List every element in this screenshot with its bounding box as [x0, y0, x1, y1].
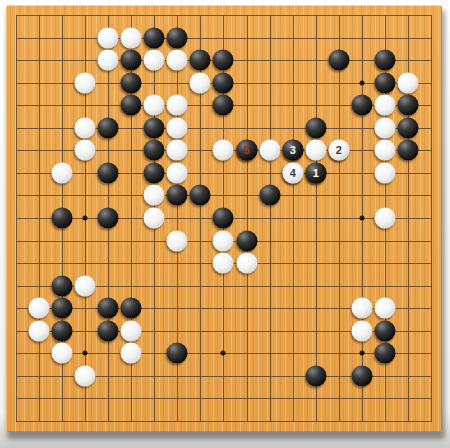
- stone-black[interactable]: [97, 207, 118, 228]
- star-point: [360, 351, 365, 356]
- move-number-label: 2: [336, 145, 342, 156]
- stone-black[interactable]: [236, 230, 257, 251]
- grid-line-vertical: [270, 15, 271, 422]
- stone-white[interactable]: [167, 230, 188, 251]
- stone-white[interactable]: [51, 162, 72, 183]
- stone-black[interactable]: [144, 27, 165, 48]
- stone-black[interactable]: [121, 95, 142, 116]
- stone-black[interactable]: [259, 185, 280, 206]
- stone-black[interactable]: [190, 185, 211, 206]
- stone-white[interactable]: [236, 253, 257, 274]
- stone-black[interactable]: [398, 95, 419, 116]
- stone-white[interactable]: [74, 117, 95, 138]
- star-point: [360, 215, 365, 220]
- stone-black[interactable]: [51, 207, 72, 228]
- star-point: [82, 351, 87, 356]
- screen: 12345: [0, 0, 450, 448]
- stone-white[interactable]: [28, 298, 49, 319]
- stone-black[interactable]: [375, 50, 396, 71]
- stone-white[interactable]: [190, 72, 211, 93]
- stone-white[interactable]: [121, 27, 142, 48]
- stone-move-1[interactable]: 1: [305, 162, 326, 183]
- stone-white[interactable]: [144, 50, 165, 71]
- stone-black[interactable]: [167, 343, 188, 364]
- stone-white[interactable]: [74, 275, 95, 296]
- stone-white[interactable]: [375, 95, 396, 116]
- stone-white[interactable]: [74, 72, 95, 93]
- grid-line-vertical: [293, 15, 294, 422]
- stone-move-3[interactable]: 3: [282, 140, 303, 161]
- stone-move-5[interactable]: 5: [236, 140, 257, 161]
- stone-black[interactable]: [121, 50, 142, 71]
- stone-white[interactable]: [259, 140, 280, 161]
- stone-white[interactable]: [375, 207, 396, 228]
- stone-white[interactable]: [167, 50, 188, 71]
- stone-black[interactable]: [97, 162, 118, 183]
- star-point: [360, 80, 365, 85]
- stone-black[interactable]: [51, 298, 72, 319]
- stone-white[interactable]: [97, 27, 118, 48]
- stone-white[interactable]: [51, 343, 72, 364]
- stone-black[interactable]: [305, 365, 326, 386]
- star-point: [82, 215, 87, 220]
- stone-white[interactable]: [352, 298, 373, 319]
- stone-white[interactable]: [213, 140, 234, 161]
- stone-black[interactable]: [213, 95, 234, 116]
- stone-white[interactable]: [398, 72, 419, 93]
- stone-black[interactable]: [375, 343, 396, 364]
- stone-black[interactable]: [144, 140, 165, 161]
- stone-black[interactable]: [352, 95, 373, 116]
- stone-black[interactable]: [144, 162, 165, 183]
- grid-line-horizontal: [16, 421, 433, 422]
- stone-white[interactable]: [167, 162, 188, 183]
- stone-move-2[interactable]: 2: [328, 140, 349, 161]
- move-number-label: 5: [243, 145, 249, 156]
- stone-white[interactable]: [74, 365, 95, 386]
- move-number-label: 3: [290, 145, 296, 156]
- stone-white[interactable]: [375, 140, 396, 161]
- stone-black[interactable]: [305, 117, 326, 138]
- stone-black[interactable]: [97, 320, 118, 341]
- stone-black[interactable]: [51, 320, 72, 341]
- stone-black[interactable]: [375, 320, 396, 341]
- stone-white[interactable]: [167, 117, 188, 138]
- stone-black[interactable]: [51, 275, 72, 296]
- stone-white[interactable]: [352, 320, 373, 341]
- stone-black[interactable]: [375, 72, 396, 93]
- stone-white[interactable]: [213, 230, 234, 251]
- star-point: [221, 351, 226, 356]
- stone-white[interactable]: [28, 320, 49, 341]
- stone-white[interactable]: [167, 140, 188, 161]
- stone-black[interactable]: [213, 72, 234, 93]
- stone-white[interactable]: [305, 140, 326, 161]
- stone-black[interactable]: [328, 50, 349, 71]
- stone-black[interactable]: [352, 365, 373, 386]
- stone-white[interactable]: [144, 207, 165, 228]
- stone-black[interactable]: [213, 207, 234, 228]
- move-number-label: 4: [290, 167, 296, 178]
- stone-move-4[interactable]: 4: [282, 162, 303, 183]
- stone-black[interactable]: [167, 27, 188, 48]
- grid-line-vertical: [316, 15, 317, 422]
- stone-black[interactable]: [97, 117, 118, 138]
- stone-black[interactable]: [121, 72, 142, 93]
- grid-line-vertical: [339, 15, 340, 422]
- go-board[interactable]: 12345: [6, 5, 442, 432]
- stone-white[interactable]: [144, 185, 165, 206]
- stone-white[interactable]: [375, 298, 396, 319]
- stone-white[interactable]: [144, 95, 165, 116]
- stone-black[interactable]: [398, 140, 419, 161]
- stone-white[interactable]: [375, 162, 396, 183]
- stone-white[interactable]: [375, 117, 396, 138]
- stone-white[interactable]: [121, 343, 142, 364]
- stone-white[interactable]: [167, 95, 188, 116]
- move-number-label: 1: [313, 167, 319, 178]
- stone-white[interactable]: [97, 50, 118, 71]
- stone-black[interactable]: [190, 50, 211, 71]
- stone-black[interactable]: [144, 117, 165, 138]
- grid-line-horizontal: [16, 398, 433, 399]
- grid-line-vertical: [247, 15, 248, 422]
- stone-black[interactable]: [213, 50, 234, 71]
- stone-white[interactable]: [74, 140, 95, 161]
- stone-black[interactable]: [398, 117, 419, 138]
- stone-black[interactable]: [121, 298, 142, 319]
- stone-white[interactable]: [121, 320, 142, 341]
- stone-black[interactable]: [167, 185, 188, 206]
- stone-black[interactable]: [97, 298, 118, 319]
- stone-white[interactable]: [213, 253, 234, 274]
- grid-line-vertical: [431, 15, 432, 422]
